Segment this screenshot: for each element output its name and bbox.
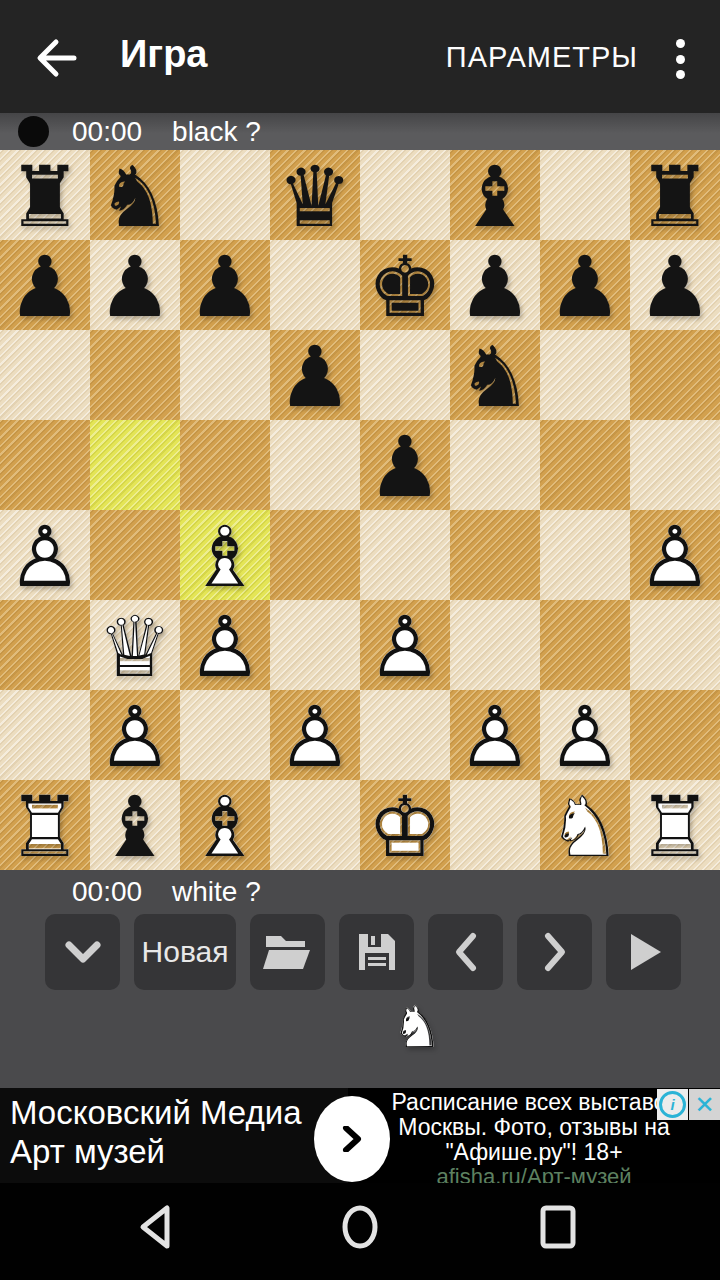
save-icon	[355, 930, 399, 974]
white-knight: ♞♘	[540, 780, 630, 870]
black-player-label: black ?	[172, 116, 261, 148]
square-h6[interactable]	[630, 330, 720, 420]
square-g4[interactable]	[540, 510, 630, 600]
square-h1[interactable]: ♜♖	[630, 780, 720, 870]
square-d6[interactable]: ♟	[270, 330, 360, 420]
square-h2[interactable]	[630, 690, 720, 780]
chevron-down-icon	[59, 928, 107, 976]
captured-pieces-row: ♞♘	[0, 994, 720, 1064]
square-a5[interactable]	[0, 420, 90, 510]
black-pawn: ♟	[540, 240, 630, 330]
captured-white-knight: ♞♘	[386, 994, 448, 1060]
square-e7[interactable]: ♚	[360, 240, 450, 330]
square-e5[interactable]: ♟	[360, 420, 450, 510]
ad-headline-line2: Арт музей	[10, 1132, 302, 1171]
white-pawn: ♟♙	[180, 600, 270, 690]
chevron-left-icon	[446, 928, 486, 976]
square-a8[interactable]: ♜	[0, 150, 90, 240]
square-e8[interactable]	[360, 150, 450, 240]
nav-home-button[interactable]	[330, 1197, 390, 1257]
black-rook: ♜	[630, 150, 720, 240]
new-game-button[interactable]: Новая	[134, 914, 236, 990]
white-pawn: ♟♙	[540, 690, 630, 780]
square-g7[interactable]: ♟	[540, 240, 630, 330]
white-bishop: ♝♗	[180, 510, 270, 600]
dot	[676, 39, 685, 48]
square-b5[interactable]	[90, 420, 180, 510]
square-d3[interactable]	[270, 600, 360, 690]
back-arrow-icon	[34, 36, 78, 80]
collapse-button[interactable]	[45, 914, 120, 990]
square-a2[interactable]	[0, 690, 90, 780]
square-e1[interactable]: ♚♔	[360, 780, 450, 870]
square-b4[interactable]	[90, 510, 180, 600]
square-c7[interactable]: ♟	[180, 240, 270, 330]
prev-move-button[interactable]	[428, 914, 503, 990]
black-rook: ♜	[0, 150, 90, 240]
dot	[676, 55, 685, 64]
black-king: ♚	[360, 240, 450, 330]
info-icon: i	[659, 1091, 686, 1118]
square-a4[interactable]: ♟♙	[0, 510, 90, 600]
square-f5[interactable]	[450, 420, 540, 510]
black-pawn: ♟	[90, 240, 180, 330]
nav-home-icon	[338, 1203, 382, 1251]
folder-open-icon	[263, 930, 313, 974]
white-pawn: ♟♙	[270, 690, 360, 780]
square-e3[interactable]: ♟♙	[360, 600, 450, 690]
back-button[interactable]	[30, 32, 82, 84]
black-clock-row: 00:00 black ?	[0, 113, 720, 150]
square-a1[interactable]: ♜♖	[0, 780, 90, 870]
square-g8[interactable]	[540, 150, 630, 240]
square-h4[interactable]: ♟♙	[630, 510, 720, 600]
play-button[interactable]	[606, 914, 681, 990]
square-e6[interactable]	[360, 330, 450, 420]
chess-board: ♜♞♛♝♜♟♟♟♚♟♟♟♟♞♟♟♙♝♗♟♙♛♕♟♙♟♙♟♙♟♙♟♙♟♙♜♖♝♝♗…	[0, 150, 720, 870]
black-bishop: ♝	[90, 780, 180, 870]
white-queen: ♛♕	[90, 600, 180, 690]
square-f8[interactable]: ♝	[450, 150, 540, 240]
white-clock-row: 00:00 white ?	[0, 870, 720, 914]
nav-recents-icon	[536, 1203, 580, 1251]
parameters-button[interactable]: ПАРАМЕТРЫ	[446, 41, 638, 74]
chess-app-screen: Игра ПАРАМЕТРЫ 00:00 black ? ♜♞♛♝♜♟♟♟♚♟♟…	[0, 0, 720, 1280]
square-f4[interactable]	[450, 510, 540, 600]
square-c6[interactable]	[180, 330, 270, 420]
square-f7[interactable]: ♟	[450, 240, 540, 330]
black-pawn: ♟	[180, 240, 270, 330]
square-c3[interactable]: ♟♙	[180, 600, 270, 690]
white-pawn: ♟♙	[90, 690, 180, 780]
next-move-button[interactable]	[517, 914, 592, 990]
nav-back-icon	[136, 1203, 180, 1251]
square-d1[interactable]	[270, 780, 360, 870]
square-b2[interactable]: ♟♙	[90, 690, 180, 780]
square-g3[interactable]	[540, 600, 630, 690]
square-b6[interactable]	[90, 330, 180, 420]
adchoices-info-button[interactable]: i	[657, 1089, 688, 1120]
square-h8[interactable]: ♜	[630, 150, 720, 240]
square-b8[interactable]: ♞	[90, 150, 180, 240]
square-d7[interactable]	[270, 240, 360, 330]
app-bar: Игра ПАРАМЕТРЫ	[0, 0, 720, 113]
play-icon	[622, 928, 666, 976]
square-f1[interactable]	[450, 780, 540, 870]
black-pawn: ♟	[630, 240, 720, 330]
white-bishop: ♝♗	[180, 780, 270, 870]
overflow-menu-icon[interactable]	[672, 37, 688, 81]
square-a7[interactable]: ♟	[0, 240, 90, 330]
black-side-icon	[18, 116, 49, 147]
square-d4[interactable]	[270, 510, 360, 600]
game-toolbar: Новая	[45, 914, 675, 990]
square-a6[interactable]	[0, 330, 90, 420]
square-f6[interactable]: ♞	[450, 330, 540, 420]
black-knight: ♞	[90, 150, 180, 240]
square-c4[interactable]: ♝♗	[180, 510, 270, 600]
page-title: Игра	[120, 33, 208, 76]
white-pawn: ♟♙	[0, 510, 90, 600]
white-player-label: white ?	[172, 876, 261, 908]
ad-banner[interactable]: Московский Медиа Арт музей Расписание вс…	[0, 1088, 720, 1183]
white-rook: ♜♖	[630, 780, 720, 870]
save-game-button[interactable]	[339, 914, 414, 990]
square-g5[interactable]	[540, 420, 630, 510]
black-clock-time: 00:00	[72, 116, 142, 148]
square-g1[interactable]: ♞♘	[540, 780, 630, 870]
square-e2[interactable]	[360, 690, 450, 780]
square-a3[interactable]	[0, 600, 90, 690]
square-f2[interactable]: ♟♙	[450, 690, 540, 780]
square-b7[interactable]: ♟	[90, 240, 180, 330]
square-c8[interactable]	[180, 150, 270, 240]
white-rook: ♜♖	[0, 780, 90, 870]
nav-back-button[interactable]	[128, 1197, 188, 1257]
square-h5[interactable]	[630, 420, 720, 510]
square-d8[interactable]: ♛	[270, 150, 360, 240]
white-pawn: ♟♙	[360, 600, 450, 690]
square-c1[interactable]: ♝♗	[180, 780, 270, 870]
ad-cta-button[interactable]	[314, 1096, 390, 1182]
white-king: ♚♔	[360, 780, 450, 870]
ad-close-button[interactable]: ✕	[689, 1089, 720, 1120]
square-d2[interactable]: ♟♙	[270, 690, 360, 780]
chevron-right-icon	[535, 928, 575, 976]
white-clock-time: 00:00	[72, 876, 142, 908]
square-c2[interactable]	[180, 690, 270, 780]
black-pawn: ♟	[450, 240, 540, 330]
square-h7[interactable]: ♟	[630, 240, 720, 330]
open-game-button[interactable]	[250, 914, 325, 990]
black-queen: ♛	[270, 150, 360, 240]
ad-headline: Московский Медиа Арт музей	[10, 1093, 302, 1171]
square-f3[interactable]	[450, 600, 540, 690]
nav-recents-button[interactable]	[528, 1197, 588, 1257]
square-g2[interactable]: ♟♙	[540, 690, 630, 780]
square-h3[interactable]	[630, 600, 720, 690]
white-pawn: ♟♙	[450, 690, 540, 780]
ad-headline-line1: Московский Медиа	[10, 1093, 302, 1132]
white-pawn: ♟♙	[630, 510, 720, 600]
square-g6[interactable]	[540, 330, 630, 420]
square-d5[interactable]	[270, 420, 360, 510]
square-e4[interactable]	[360, 510, 450, 600]
black-bishop: ♝	[450, 150, 540, 240]
black-pawn: ♟	[270, 330, 360, 420]
android-nav-bar	[0, 1183, 720, 1280]
square-b3[interactable]: ♛♕	[90, 600, 180, 690]
ad-text-line3: "Афише.ру"! 18+	[348, 1140, 720, 1164]
black-pawn: ♟	[0, 240, 90, 330]
square-b1[interactable]: ♝	[90, 780, 180, 870]
dot	[676, 70, 685, 79]
black-pawn: ♟	[360, 420, 450, 510]
chevron-right-icon	[339, 1126, 365, 1152]
ad-left-panel: Московский Медиа Арт музей	[0, 1088, 348, 1183]
square-c5[interactable]	[180, 420, 270, 510]
black-knight: ♞	[450, 330, 540, 420]
